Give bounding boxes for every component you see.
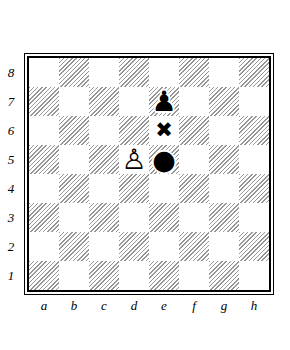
square-h5[interactable]: [239, 145, 269, 174]
square-f5[interactable]: [179, 145, 209, 174]
square-c3[interactable]: [89, 203, 119, 232]
square-b7[interactable]: [59, 87, 89, 116]
square-f4[interactable]: [179, 174, 209, 203]
square-d8[interactable]: [119, 58, 149, 87]
square-e2[interactable]: [149, 232, 179, 261]
square-f7[interactable]: [179, 87, 209, 116]
file-label-f: f: [179, 298, 209, 314]
square-a5[interactable]: [29, 145, 59, 174]
square-g4[interactable]: [209, 174, 239, 203]
square-e1[interactable]: [149, 261, 179, 290]
square-a6[interactable]: [29, 116, 59, 145]
square-d1[interactable]: [119, 261, 149, 290]
rank-label-3: 3: [1, 203, 21, 232]
square-g6[interactable]: [209, 116, 239, 145]
square-h1[interactable]: [239, 261, 269, 290]
square-e4[interactable]: [149, 174, 179, 203]
square-c6[interactable]: [89, 116, 119, 145]
square-d2[interactable]: [119, 232, 149, 261]
square-a2[interactable]: [29, 232, 59, 261]
square-f3[interactable]: [179, 203, 209, 232]
square-b1[interactable]: [59, 261, 89, 290]
rank-label-4: 4: [1, 174, 21, 203]
square-f8[interactable]: [179, 58, 209, 87]
square-f6[interactable]: [179, 116, 209, 145]
dot-marker[interactable]: ●: [152, 146, 176, 173]
square-a1[interactable]: [29, 261, 59, 290]
square-a4[interactable]: [29, 174, 59, 203]
square-e8[interactable]: [149, 58, 179, 87]
rank-label-2: 2: [1, 232, 21, 261]
square-c4[interactable]: [89, 174, 119, 203]
square-d7[interactable]: [119, 87, 149, 116]
square-e6[interactable]: ✖: [149, 116, 179, 145]
board-border: ♟✖♙●: [27, 56, 271, 292]
square-g3[interactable]: [209, 203, 239, 232]
square-a7[interactable]: [29, 87, 59, 116]
chessboard: ♟✖♙●: [29, 58, 269, 290]
square-b5[interactable]: [59, 145, 89, 174]
file-labels: abcdefgh: [29, 298, 269, 314]
board-frame: ♟✖♙●: [24, 53, 274, 295]
square-g2[interactable]: [209, 232, 239, 261]
file-label-c: c: [89, 298, 119, 314]
square-h3[interactable]: [239, 203, 269, 232]
square-b3[interactable]: [59, 203, 89, 232]
rank-label-8: 8: [1, 58, 21, 87]
square-d3[interactable]: [119, 203, 149, 232]
square-d4[interactable]: [119, 174, 149, 203]
square-g5[interactable]: [209, 145, 239, 174]
square-c5[interactable]: [89, 145, 119, 174]
square-h4[interactable]: [239, 174, 269, 203]
rank-labels: 87654321: [1, 58, 21, 290]
square-c8[interactable]: [89, 58, 119, 87]
square-b8[interactable]: [59, 58, 89, 87]
chess-diagram: 87654321 ♟✖♙● abcdefgh: [0, 0, 290, 350]
file-label-d: d: [119, 298, 149, 314]
square-h8[interactable]: [239, 58, 269, 87]
square-f2[interactable]: [179, 232, 209, 261]
rank-label-5: 5: [1, 145, 21, 174]
file-label-e: e: [149, 298, 179, 314]
white-pawn[interactable]: ♙: [121, 146, 146, 174]
square-g8[interactable]: [209, 58, 239, 87]
square-c7[interactable]: [89, 87, 119, 116]
square-h2[interactable]: [239, 232, 269, 261]
square-e5[interactable]: ●: [149, 145, 179, 174]
square-b6[interactable]: [59, 116, 89, 145]
square-h7[interactable]: [239, 87, 269, 116]
square-h6[interactable]: [239, 116, 269, 145]
square-b2[interactable]: [59, 232, 89, 261]
rank-label-1: 1: [1, 261, 21, 290]
square-a3[interactable]: [29, 203, 59, 232]
square-f1[interactable]: [179, 261, 209, 290]
square-g1[interactable]: [209, 261, 239, 290]
file-label-a: a: [29, 298, 59, 314]
rank-label-6: 6: [1, 116, 21, 145]
rank-label-7: 7: [1, 87, 21, 116]
file-label-b: b: [59, 298, 89, 314]
black-pawn[interactable]: ♟: [151, 88, 176, 116]
square-e7[interactable]: ♟: [149, 87, 179, 116]
square-c2[interactable]: [89, 232, 119, 261]
square-a8[interactable]: [29, 58, 59, 87]
x-marker[interactable]: ✖: [155, 120, 173, 141]
square-c1[interactable]: [89, 261, 119, 290]
square-b4[interactable]: [59, 174, 89, 203]
file-label-g: g: [209, 298, 239, 314]
file-label-h: h: [239, 298, 269, 314]
square-d5[interactable]: ♙: [119, 145, 149, 174]
square-g7[interactable]: [209, 87, 239, 116]
square-d6[interactable]: [119, 116, 149, 145]
square-e3[interactable]: [149, 203, 179, 232]
